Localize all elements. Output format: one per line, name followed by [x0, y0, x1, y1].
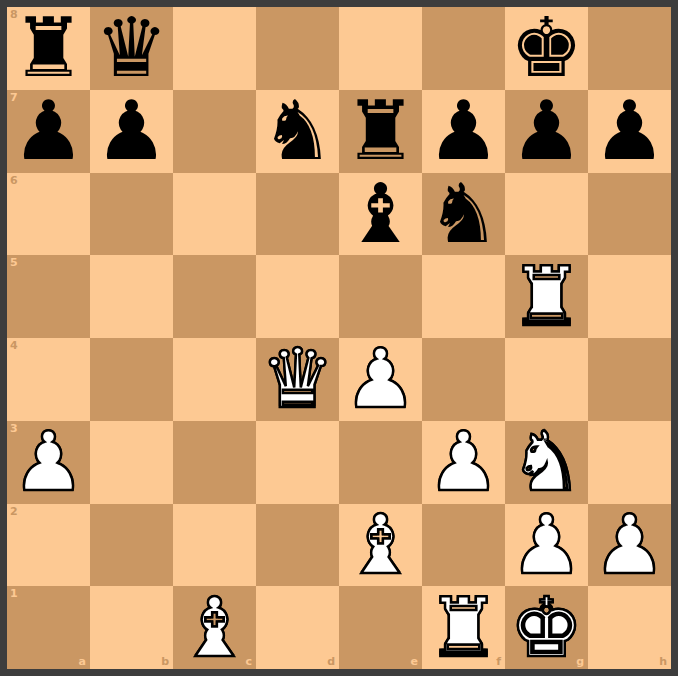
piece-black-queen[interactable]: ♛ [95, 7, 169, 89]
rank-label-7: 7 [10, 92, 18, 103]
square-f7[interactable]: ♟ [422, 90, 505, 173]
square-e8[interactable] [339, 7, 422, 90]
square-g5[interactable]: ♜ [505, 255, 588, 338]
piece-white-pawn[interactable]: ♟ [12, 421, 86, 503]
square-e4[interactable]: ♟ [339, 338, 422, 421]
piece-white-pawn[interactable]: ♟ [427, 421, 501, 503]
piece-black-bishop[interactable]: ♝ [344, 173, 418, 255]
piece-black-rook[interactable]: ♜ [12, 7, 86, 89]
piece-white-rook[interactable]: ♜ [427, 587, 501, 669]
square-g7[interactable]: ♟ [505, 90, 588, 173]
piece-black-knight[interactable]: ♞ [261, 90, 335, 172]
piece-white-bishop[interactable]: ♝ [344, 504, 418, 586]
square-h2[interactable]: ♟ [588, 504, 671, 587]
square-f4[interactable] [422, 338, 505, 421]
square-f8[interactable] [422, 7, 505, 90]
square-e3[interactable] [339, 421, 422, 504]
square-a3[interactable]: 3♟ [7, 421, 90, 504]
file-label-g: g [576, 656, 584, 667]
file-label-c: c [245, 656, 252, 667]
square-d8[interactable] [256, 7, 339, 90]
square-e2[interactable]: ♝ [339, 504, 422, 587]
square-c5[interactable] [173, 255, 256, 338]
square-d4[interactable]: ♛ [256, 338, 339, 421]
file-label-b: b [161, 656, 169, 667]
piece-black-pawn[interactable]: ♟ [427, 90, 501, 172]
file-label-h: h [659, 656, 667, 667]
piece-white-pawn[interactable]: ♟ [593, 504, 667, 586]
square-c7[interactable] [173, 90, 256, 173]
square-h3[interactable] [588, 421, 671, 504]
square-d1[interactable]: d [256, 586, 339, 669]
square-f5[interactable] [422, 255, 505, 338]
piece-white-rook[interactable]: ♜ [510, 256, 584, 338]
square-e7[interactable]: ♜ [339, 90, 422, 173]
square-g1[interactable]: g♚ [505, 586, 588, 669]
square-a8[interactable]: 8♜ [7, 7, 90, 90]
square-b3[interactable] [90, 421, 173, 504]
file-label-d: d [327, 656, 335, 667]
square-b8[interactable]: ♛ [90, 7, 173, 90]
piece-white-pawn[interactable]: ♟ [344, 338, 418, 420]
square-a1[interactable]: 1a [7, 586, 90, 669]
square-b6[interactable] [90, 173, 173, 256]
square-g3[interactable]: ♞ [505, 421, 588, 504]
square-d6[interactable] [256, 173, 339, 256]
file-label-e: e [411, 656, 418, 667]
square-a6[interactable]: 6 [7, 173, 90, 256]
file-label-f: f [496, 656, 501, 667]
square-h1[interactable]: h [588, 586, 671, 669]
square-a7[interactable]: 7♟ [7, 90, 90, 173]
square-d2[interactable] [256, 504, 339, 587]
piece-white-king[interactable]: ♚ [510, 587, 584, 669]
square-f1[interactable]: f♜ [422, 586, 505, 669]
file-label-a: a [79, 656, 86, 667]
piece-white-pawn[interactable]: ♟ [510, 504, 584, 586]
square-c2[interactable] [173, 504, 256, 587]
rank-label-8: 8 [10, 9, 18, 20]
square-c8[interactable] [173, 7, 256, 90]
square-h8[interactable] [588, 7, 671, 90]
square-c3[interactable] [173, 421, 256, 504]
square-d3[interactable] [256, 421, 339, 504]
piece-black-pawn[interactable]: ♟ [510, 90, 584, 172]
square-b7[interactable]: ♟ [90, 90, 173, 173]
square-a5[interactable]: 5 [7, 255, 90, 338]
piece-black-pawn[interactable]: ♟ [95, 90, 169, 172]
rank-label-5: 5 [10, 257, 18, 268]
chess-board: 8♜♛♚7♟♟♞♜♟♟♟6♝♞5♜4♛♟3♟♟♞2♝♟♟1abc♝def♜g♚h [7, 7, 671, 669]
square-e5[interactable] [339, 255, 422, 338]
square-f2[interactable] [422, 504, 505, 587]
square-b5[interactable] [90, 255, 173, 338]
square-b2[interactable] [90, 504, 173, 587]
piece-black-pawn[interactable]: ♟ [593, 90, 667, 172]
square-h6[interactable] [588, 173, 671, 256]
square-d7[interactable]: ♞ [256, 90, 339, 173]
rank-label-3: 3 [10, 423, 18, 434]
rank-label-4: 4 [10, 340, 18, 351]
square-c6[interactable] [173, 173, 256, 256]
square-e6[interactable]: ♝ [339, 173, 422, 256]
square-b1[interactable]: b [90, 586, 173, 669]
rank-label-2: 2 [10, 506, 18, 517]
chess-board-frame: 8♜♛♚7♟♟♞♜♟♟♟6♝♞5♜4♛♟3♟♟♞2♝♟♟1abc♝def♜g♚h [0, 0, 678, 676]
square-c4[interactable] [173, 338, 256, 421]
square-e1[interactable]: e [339, 586, 422, 669]
square-f6[interactable]: ♞ [422, 173, 505, 256]
square-a2[interactable]: 2 [7, 504, 90, 587]
square-g2[interactable]: ♟ [505, 504, 588, 587]
square-g8[interactable]: ♚ [505, 7, 588, 90]
square-b4[interactable] [90, 338, 173, 421]
piece-black-knight[interactable]: ♞ [427, 173, 501, 255]
rank-label-1: 1 [10, 588, 18, 599]
piece-black-pawn[interactable]: ♟ [12, 90, 86, 172]
piece-black-king[interactable]: ♚ [510, 7, 584, 89]
piece-black-rook[interactable]: ♜ [344, 90, 418, 172]
square-g4[interactable] [505, 338, 588, 421]
square-f3[interactable]: ♟ [422, 421, 505, 504]
rank-label-6: 6 [10, 175, 18, 186]
piece-white-knight[interactable]: ♞ [510, 421, 584, 503]
square-h7[interactable]: ♟ [588, 90, 671, 173]
piece-white-bishop[interactable]: ♝ [178, 587, 252, 669]
square-h5[interactable] [588, 255, 671, 338]
square-g6[interactable] [505, 173, 588, 256]
square-a4[interactable]: 4 [7, 338, 90, 421]
square-d5[interactable] [256, 255, 339, 338]
piece-white-queen[interactable]: ♛ [261, 338, 335, 420]
square-h4[interactable] [588, 338, 671, 421]
square-c1[interactable]: c♝ [173, 586, 256, 669]
